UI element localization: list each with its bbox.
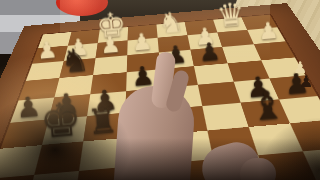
square	[254, 42, 295, 61]
piece-bK: ♚	[38, 95, 83, 144]
piece-wP: ♟	[94, 32, 128, 58]
piece-bN: ♞	[57, 43, 93, 78]
captured-piece-bP: ♟	[299, 74, 313, 90]
square: ♟	[96, 40, 128, 58]
square	[290, 120, 320, 152]
piece-wP: ♟	[125, 29, 159, 55]
video-frame: ♚♞♛♟♟♟♟♟♟♞♟♟♟♟♟♟♟♟♚♜♝ ♟♟	[0, 0, 320, 180]
piece-wN: ♞	[155, 7, 187, 38]
square	[34, 141, 83, 174]
square: ♝	[241, 99, 290, 127]
piece-bP: ♟	[192, 39, 228, 66]
piece-wP: ♟	[252, 18, 286, 44]
curled-fingertip	[240, 158, 276, 180]
piece-bB: ♝	[245, 84, 290, 127]
square: ♞	[59, 58, 95, 78]
square	[0, 145, 42, 179]
square: ♟	[247, 27, 285, 44]
square: ♟	[127, 38, 159, 56]
square: ♚	[42, 116, 87, 145]
square: ♟	[191, 47, 228, 66]
